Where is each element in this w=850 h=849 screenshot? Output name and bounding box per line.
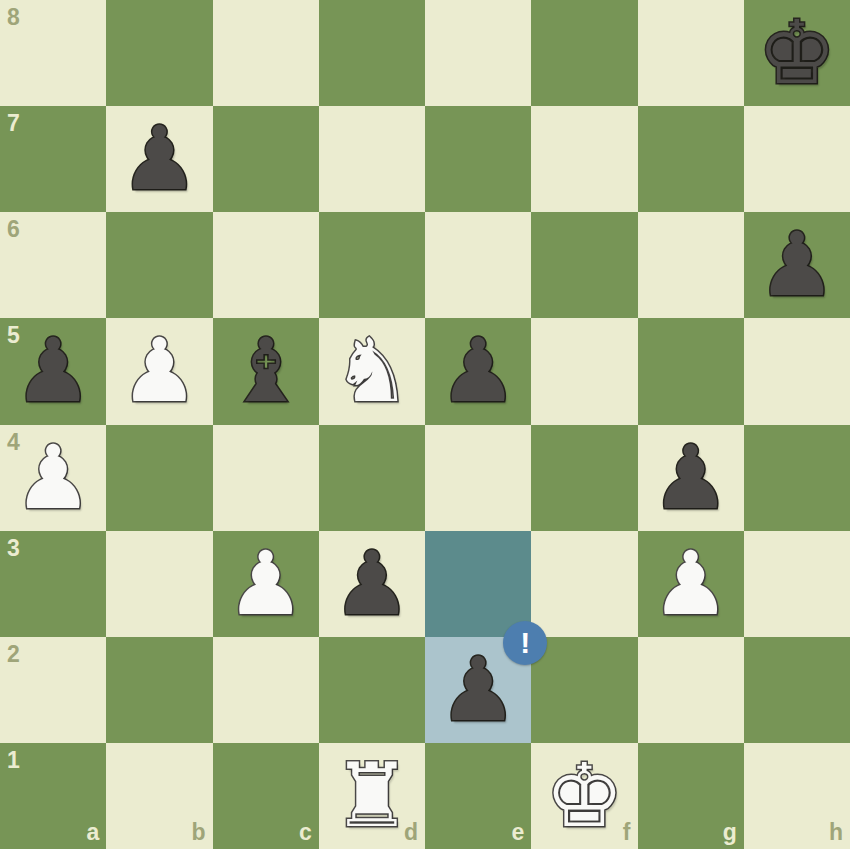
file-label-e: e xyxy=(511,819,524,846)
rank-label-8: 8 xyxy=(7,4,20,31)
square-f1[interactable]: f♚ xyxy=(531,743,637,849)
black-pawn[interactable]: ♟ xyxy=(638,425,744,531)
square-c1[interactable]: c xyxy=(213,743,319,849)
square-a3[interactable]: 3 xyxy=(0,531,106,637)
square-g5[interactable] xyxy=(638,318,744,424)
square-h4[interactable] xyxy=(744,425,850,531)
black-bishop[interactable]: ♝ xyxy=(213,318,319,424)
square-d3[interactable]: ♟ xyxy=(319,531,425,637)
white-pawn[interactable]: ♟ xyxy=(0,425,106,531)
square-h8[interactable]: ♚ xyxy=(744,0,850,106)
square-h6[interactable]: ♟ xyxy=(744,212,850,318)
white-pawn[interactable]: ♟ xyxy=(106,318,212,424)
square-d1[interactable]: d♜ xyxy=(319,743,425,849)
square-e2-move-to-highlight[interactable]: ♟! xyxy=(425,637,531,743)
square-c7[interactable] xyxy=(213,106,319,212)
black-pawn[interactable]: ♟ xyxy=(0,318,106,424)
file-label-h: h xyxy=(829,819,843,846)
square-g3[interactable]: ♟ xyxy=(638,531,744,637)
square-d8[interactable] xyxy=(319,0,425,106)
white-rook[interactable]: ♜ xyxy=(319,743,425,849)
square-e4[interactable] xyxy=(425,425,531,531)
square-f7[interactable] xyxy=(531,106,637,212)
square-h1[interactable]: h xyxy=(744,743,850,849)
file-label-b: b xyxy=(191,819,205,846)
square-g2[interactable] xyxy=(638,637,744,743)
move-annotation-badge-good-move: ! xyxy=(503,621,547,665)
white-king[interactable]: ♚ xyxy=(531,743,637,849)
square-g7[interactable] xyxy=(638,106,744,212)
black-pawn[interactable]: ♟ xyxy=(425,318,531,424)
square-a2[interactable]: 2 xyxy=(0,637,106,743)
square-c3[interactable]: ♟ xyxy=(213,531,319,637)
square-d4[interactable] xyxy=(319,425,425,531)
square-a4[interactable]: 4♟ xyxy=(0,425,106,531)
square-a8[interactable]: 8 xyxy=(0,0,106,106)
chess-board: 8♚7♟6♟5♟♟♝♞♟4♟♟3♟♟♟2♟!1abcd♜ef♚gh xyxy=(0,0,850,849)
square-a6[interactable]: 6 xyxy=(0,212,106,318)
square-h7[interactable] xyxy=(744,106,850,212)
square-g4[interactable]: ♟ xyxy=(638,425,744,531)
rank-label-1: 1 xyxy=(7,747,20,774)
square-b3[interactable] xyxy=(106,531,212,637)
square-d7[interactable] xyxy=(319,106,425,212)
square-d5[interactable]: ♞ xyxy=(319,318,425,424)
square-a7[interactable]: 7 xyxy=(0,106,106,212)
square-g6[interactable] xyxy=(638,212,744,318)
square-d6[interactable] xyxy=(319,212,425,318)
square-a5[interactable]: 5♟ xyxy=(0,318,106,424)
square-e8[interactable] xyxy=(425,0,531,106)
square-b7[interactable]: ♟ xyxy=(106,106,212,212)
black-pawn[interactable]: ♟ xyxy=(106,106,212,212)
black-pawn[interactable]: ♟ xyxy=(319,531,425,637)
file-label-a: a xyxy=(86,819,99,846)
white-pawn[interactable]: ♟ xyxy=(213,531,319,637)
chess-board-wrap: 8♚7♟6♟5♟♟♝♞♟4♟♟3♟♟♟2♟!1abcd♜ef♚gh xyxy=(0,0,850,849)
square-f5[interactable] xyxy=(531,318,637,424)
white-pawn[interactable]: ♟ xyxy=(638,531,744,637)
square-c4[interactable] xyxy=(213,425,319,531)
square-e5[interactable]: ♟ xyxy=(425,318,531,424)
square-g1[interactable]: g xyxy=(638,743,744,849)
square-b5[interactable]: ♟ xyxy=(106,318,212,424)
square-c2[interactable] xyxy=(213,637,319,743)
black-pawn[interactable]: ♟ xyxy=(744,212,850,318)
square-h5[interactable] xyxy=(744,318,850,424)
square-c8[interactable] xyxy=(213,0,319,106)
rank-label-3: 3 xyxy=(7,535,20,562)
rank-label-6: 6 xyxy=(7,216,20,243)
square-b4[interactable] xyxy=(106,425,212,531)
square-c5[interactable]: ♝ xyxy=(213,318,319,424)
square-f6[interactable] xyxy=(531,212,637,318)
file-label-g: g xyxy=(723,819,737,846)
square-b8[interactable] xyxy=(106,0,212,106)
square-e1[interactable]: e xyxy=(425,743,531,849)
square-a1[interactable]: 1a xyxy=(0,743,106,849)
square-c6[interactable] xyxy=(213,212,319,318)
white-knight[interactable]: ♞ xyxy=(319,318,425,424)
square-f8[interactable] xyxy=(531,0,637,106)
square-g8[interactable] xyxy=(638,0,744,106)
file-label-c: c xyxy=(299,819,312,846)
square-f3[interactable] xyxy=(531,531,637,637)
square-f2[interactable] xyxy=(531,637,637,743)
rank-label-2: 2 xyxy=(7,641,20,668)
square-e6[interactable] xyxy=(425,212,531,318)
square-e3-move-from-highlight[interactable] xyxy=(425,531,531,637)
square-b6[interactable] xyxy=(106,212,212,318)
square-h3[interactable] xyxy=(744,531,850,637)
square-h2[interactable] xyxy=(744,637,850,743)
square-e7[interactable] xyxy=(425,106,531,212)
square-d2[interactable] xyxy=(319,637,425,743)
rank-label-7: 7 xyxy=(7,110,20,137)
black-king[interactable]: ♚ xyxy=(744,0,850,106)
square-b1[interactable]: b xyxy=(106,743,212,849)
square-f4[interactable] xyxy=(531,425,637,531)
square-b2[interactable] xyxy=(106,637,212,743)
